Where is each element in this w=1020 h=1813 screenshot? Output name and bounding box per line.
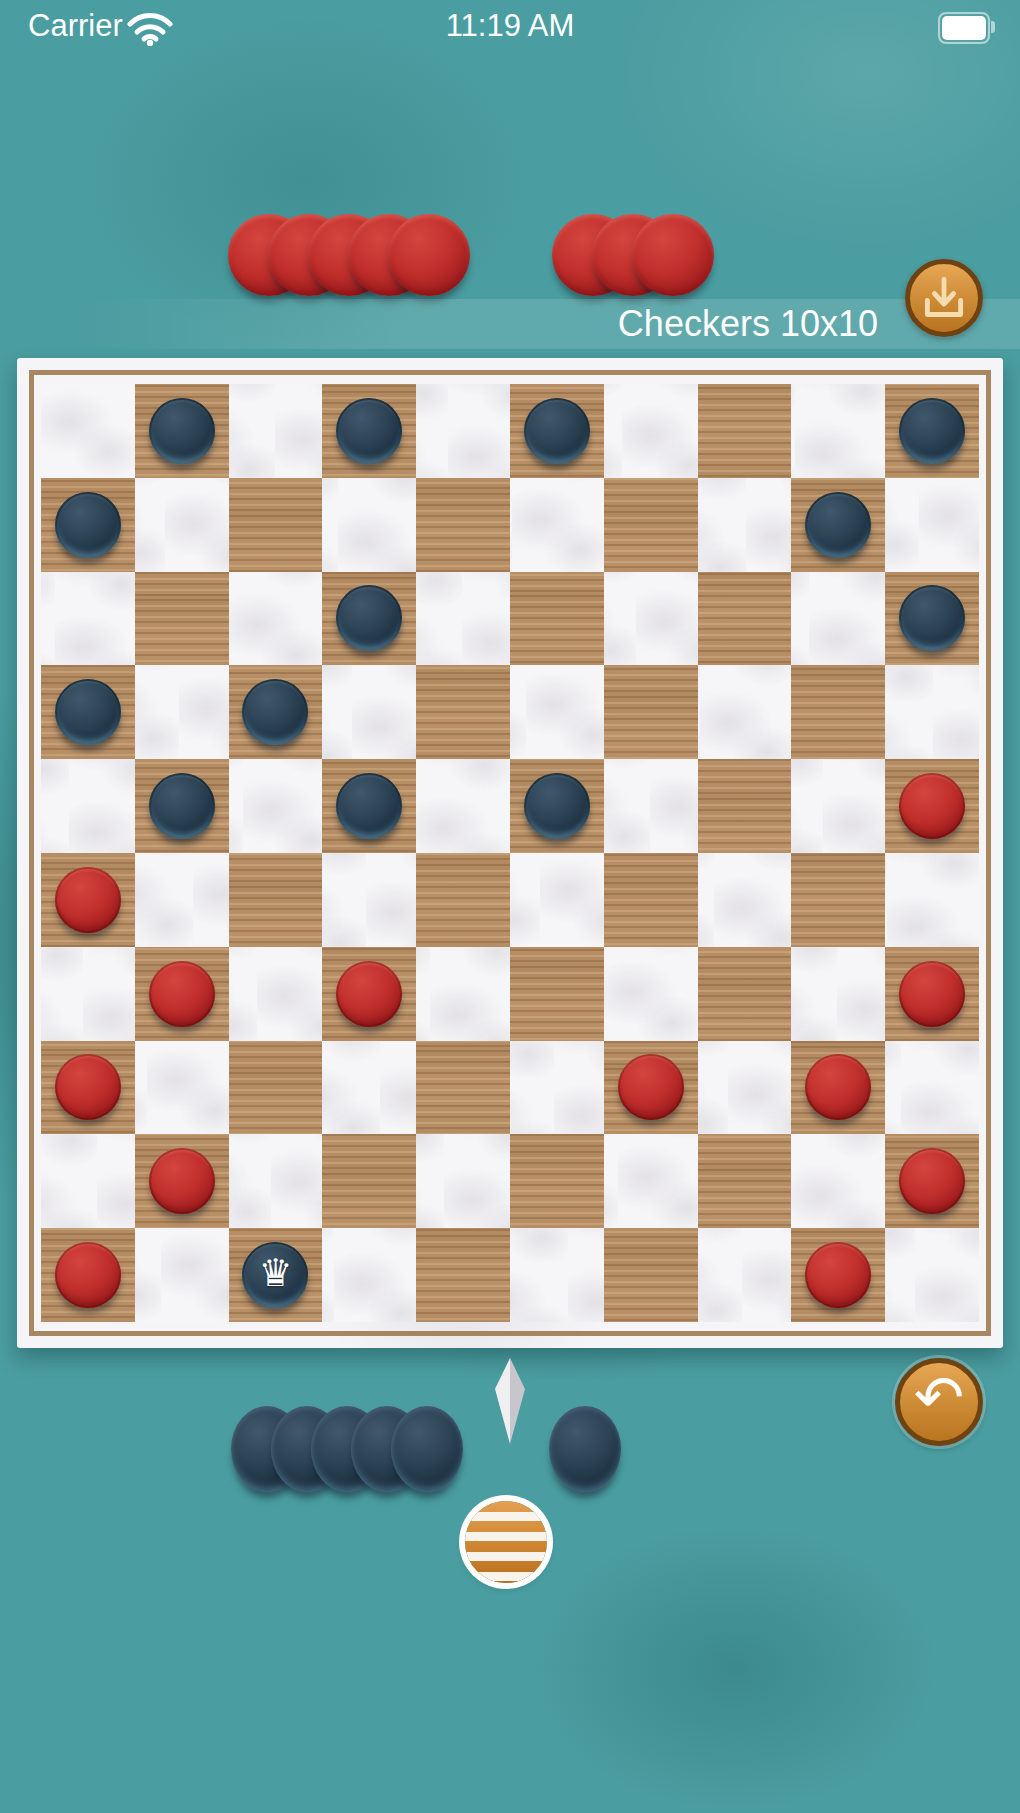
checker-red[interactable]	[55, 1242, 121, 1308]
undo-icon: ↶	[914, 1367, 964, 1427]
board-cell[interactable]	[885, 947, 979, 1041]
download-button[interactable]	[905, 259, 983, 337]
board-cell[interactable]	[416, 572, 510, 666]
board-cell[interactable]	[322, 1228, 416, 1322]
board-cell[interactable]	[791, 947, 885, 1041]
checker-red[interactable]	[899, 1148, 965, 1214]
board-cell[interactable]	[510, 572, 604, 666]
checker-red[interactable]	[618, 1054, 684, 1120]
board-cell[interactable]	[698, 1134, 792, 1228]
board-cell[interactable]	[698, 947, 792, 1041]
board-cell[interactable]	[885, 384, 979, 478]
board-cell[interactable]	[135, 947, 229, 1041]
board-cell[interactable]	[510, 478, 604, 572]
board-cell[interactable]	[135, 759, 229, 853]
page-title: Checkers 10x10	[618, 300, 878, 348]
board-cell[interactable]	[698, 1041, 792, 1135]
undo-button[interactable]: ↶	[895, 1358, 983, 1446]
board: ♛	[17, 358, 1003, 1348]
checker-red[interactable]	[149, 961, 215, 1027]
board-cell[interactable]	[791, 759, 885, 853]
battery-icon	[938, 12, 990, 44]
board-cell[interactable]	[41, 759, 135, 853]
captured-red-tray	[228, 214, 714, 296]
board-cell[interactable]	[229, 1134, 323, 1228]
board-cell[interactable]	[416, 947, 510, 1041]
checker-dark[interactable]	[336, 773, 402, 839]
board-cell[interactable]	[791, 572, 885, 666]
board-cell[interactable]	[135, 665, 229, 759]
carrier-label: Carrier	[28, 8, 123, 44]
board-cell[interactable]	[604, 1041, 698, 1135]
board-cell[interactable]	[322, 384, 416, 478]
board-cell[interactable]	[510, 1228, 604, 1322]
menu-button[interactable]	[465, 1501, 547, 1583]
board-cell[interactable]: ♛	[229, 1228, 323, 1322]
board-cell[interactable]	[41, 853, 135, 947]
board-cell[interactable]	[604, 853, 698, 947]
board-cell[interactable]	[41, 478, 135, 572]
board-cell[interactable]	[135, 1228, 229, 1322]
checker-dark[interactable]	[55, 679, 121, 745]
board-cell[interactable]	[416, 1041, 510, 1135]
captured-group	[228, 214, 470, 296]
checker-red[interactable]	[805, 1242, 871, 1308]
checker-red[interactable]	[805, 1054, 871, 1120]
board-cell[interactable]	[41, 665, 135, 759]
checker-red[interactable]	[336, 961, 402, 1027]
board-cell[interactable]	[698, 665, 792, 759]
board-cell[interactable]	[322, 759, 416, 853]
board-cell[interactable]	[322, 947, 416, 1041]
board-cell[interactable]	[41, 947, 135, 1041]
board-cell[interactable]	[604, 759, 698, 853]
board-cell[interactable]	[510, 759, 604, 853]
checker-red[interactable]	[899, 773, 965, 839]
captured-piece	[388, 214, 470, 296]
board-cell[interactable]	[885, 572, 979, 666]
board-cell[interactable]	[885, 478, 979, 572]
board-cell[interactable]	[698, 384, 792, 478]
checker-dark-king[interactable]: ♛	[242, 1242, 308, 1308]
board-cell[interactable]	[135, 572, 229, 666]
board-cell[interactable]	[698, 853, 792, 947]
captured-group	[549, 1406, 621, 1492]
checker-dark[interactable]	[242, 679, 308, 745]
board-cell[interactable]	[135, 1041, 229, 1135]
board-cell[interactable]	[698, 759, 792, 853]
board-cell[interactable]	[135, 1134, 229, 1228]
board-cell[interactable]	[791, 853, 885, 947]
menu-icon	[465, 1501, 547, 1583]
board-cell[interactable]	[604, 572, 698, 666]
board-cell[interactable]	[322, 478, 416, 572]
captured-group	[552, 214, 714, 296]
board-cell[interactable]	[604, 947, 698, 1041]
board-cell[interactable]	[698, 1228, 792, 1322]
board-cell[interactable]	[698, 572, 792, 666]
checker-red[interactable]	[55, 867, 121, 933]
board-cell[interactable]	[416, 759, 510, 853]
board-cell[interactable]	[604, 478, 698, 572]
board-cell[interactable]	[41, 1041, 135, 1135]
board-cell[interactable]	[510, 853, 604, 947]
board-cell[interactable]	[322, 853, 416, 947]
board-cell[interactable]	[510, 665, 604, 759]
board-cell[interactable]	[510, 947, 604, 1041]
board-cell[interactable]	[604, 1228, 698, 1322]
board-cell[interactable]	[229, 572, 323, 666]
board-cell[interactable]	[416, 853, 510, 947]
board-cell[interactable]	[604, 1134, 698, 1228]
board-cell[interactable]	[322, 572, 416, 666]
checker-dark[interactable]	[336, 585, 402, 651]
board-cell[interactable]	[791, 478, 885, 572]
checker-red[interactable]	[149, 1148, 215, 1214]
board-cell[interactable]	[510, 1134, 604, 1228]
board-cell[interactable]	[135, 478, 229, 572]
checker-dark[interactable]	[149, 773, 215, 839]
checker-red[interactable]	[899, 961, 965, 1027]
board-cell[interactable]	[229, 759, 323, 853]
checker-dark[interactable]	[149, 398, 215, 464]
checker-dark[interactable]	[336, 398, 402, 464]
board-grid: ♛	[41, 384, 979, 1322]
board-cell[interactable]	[322, 665, 416, 759]
board-cell[interactable]	[416, 1228, 510, 1322]
board-cell[interactable]	[322, 1041, 416, 1135]
board-cell[interactable]	[604, 665, 698, 759]
board-cell[interactable]	[229, 947, 323, 1041]
board-cell[interactable]	[229, 853, 323, 947]
board-cell[interactable]	[791, 1134, 885, 1228]
board-cell[interactable]	[41, 572, 135, 666]
board-cell[interactable]	[885, 853, 979, 947]
checker-dark[interactable]	[524, 398, 590, 464]
captured-dark-tray	[231, 1406, 621, 1492]
board-cell[interactable]	[885, 1134, 979, 1228]
board-cell[interactable]	[41, 384, 135, 478]
status-bar: Carrier 11:19 AM	[0, 0, 1020, 56]
board-cell[interactable]	[135, 384, 229, 478]
app-screen: Carrier 11:19 AM Checkers 10x10	[0, 0, 1020, 1813]
board-cell[interactable]	[229, 665, 323, 759]
board-cell[interactable]	[229, 1041, 323, 1135]
checker-red[interactable]	[55, 1054, 121, 1120]
checker-dark[interactable]	[55, 492, 121, 558]
board-cell[interactable]	[791, 1228, 885, 1322]
board-cell[interactable]	[135, 853, 229, 947]
board-cell[interactable]	[510, 384, 604, 478]
board-cell[interactable]	[416, 665, 510, 759]
board-cell[interactable]	[791, 1041, 885, 1135]
checker-dark[interactable]	[524, 773, 590, 839]
board-cell[interactable]	[41, 1228, 135, 1322]
board-cell[interactable]	[885, 1041, 979, 1135]
board-cell[interactable]	[416, 478, 510, 572]
checker-dark[interactable]	[899, 398, 965, 464]
download-icon	[916, 269, 972, 328]
board-cell[interactable]	[416, 1134, 510, 1228]
checker-dark[interactable]	[899, 585, 965, 651]
board-cell[interactable]	[885, 759, 979, 853]
clock-time: 11:19 AM	[446, 8, 575, 44]
wifi-icon	[127, 12, 173, 50]
board-cell[interactable]	[791, 384, 885, 478]
captured-piece	[391, 1406, 463, 1492]
board-cell[interactable]	[229, 384, 323, 478]
checker-dark[interactable]	[805, 492, 871, 558]
board-cell[interactable]	[322, 1134, 416, 1228]
board-cell[interactable]	[229, 478, 323, 572]
board-cell[interactable]	[698, 478, 792, 572]
board-cell[interactable]	[885, 665, 979, 759]
captured-piece	[549, 1406, 621, 1492]
board-cell[interactable]	[41, 1134, 135, 1228]
board-cell[interactable]	[885, 1228, 979, 1322]
captured-piece	[632, 214, 714, 296]
king-crown-icon: ♛	[258, 1254, 292, 1292]
board-cell[interactable]	[791, 665, 885, 759]
board-cell[interactable]	[510, 1041, 604, 1135]
board-cell[interactable]	[604, 384, 698, 478]
captured-group	[231, 1406, 463, 1492]
board-cell[interactable]	[416, 384, 510, 478]
